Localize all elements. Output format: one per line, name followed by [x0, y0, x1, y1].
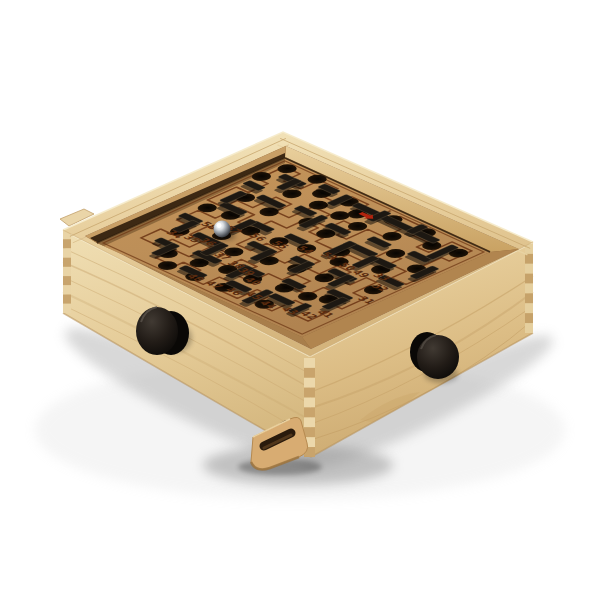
finger-joint-tooth — [304, 417, 315, 427]
finger-joint-tooth — [63, 276, 71, 285]
finger-joint-tooth — [63, 248, 71, 257]
finger-joint-tooth — [63, 295, 71, 304]
finger-joint-tooth — [525, 274, 533, 284]
finger-joint-tooth — [525, 293, 533, 303]
finger-joint-tooth — [525, 313, 533, 323]
finger-joint-tooth — [525, 284, 533, 294]
finger-joint-tooth — [63, 304, 71, 313]
finger-joint-tooth — [304, 378, 315, 388]
finger-joint-tooth — [304, 358, 315, 368]
finger-joint-tooth — [525, 303, 533, 313]
finger-joint-tooth — [304, 368, 315, 378]
finger-joint-tooth — [525, 264, 533, 274]
finger-joint-tooth — [63, 258, 71, 267]
product-photo-labyrinth-game: 3132333435363738394041424344454647484950… — [0, 0, 600, 600]
finger-joint-tooth — [63, 285, 71, 294]
finger-joint-tooth — [304, 398, 315, 408]
finger-joint-tooth — [525, 323, 533, 333]
scene: 3132333435363738394041424344454647484950… — [0, 0, 600, 600]
finger-joint-tooth — [304, 388, 315, 398]
finger-joint-tooth — [304, 427, 315, 437]
finger-joint-tooth — [304, 408, 315, 418]
finger-joint-tooth — [63, 267, 71, 276]
finger-joint-tooth — [525, 254, 533, 264]
finger-joint-tooth — [63, 239, 71, 248]
